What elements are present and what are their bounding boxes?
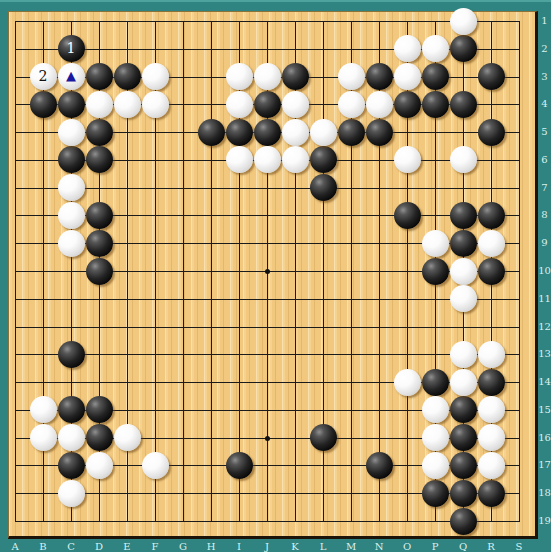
stone-black-Q2[interactable] <box>450 35 477 62</box>
stone-white-C7[interactable] <box>58 174 85 201</box>
stone-black-M5[interactable] <box>338 119 365 146</box>
grid-line-horizontal <box>15 188 520 189</box>
stone-black-R14[interactable] <box>478 369 505 396</box>
stone-black-P18[interactable] <box>422 480 449 507</box>
stone-black-L16[interactable] <box>310 424 337 451</box>
stone-black-R10[interactable] <box>478 258 505 285</box>
column-label-L: L <box>315 540 331 552</box>
row-label-9: 9 <box>538 236 551 250</box>
column-label-Q: Q <box>455 540 471 552</box>
column-label-D: D <box>91 540 107 552</box>
row-label-2: 2 <box>538 42 551 56</box>
stone-black-Q16[interactable] <box>450 424 477 451</box>
row-label-19: 19 <box>538 514 551 528</box>
grid-line-horizontal <box>15 21 520 22</box>
row-label-12: 12 <box>538 320 551 334</box>
stone-white-I6[interactable] <box>226 146 253 173</box>
row-label-14: 14 <box>538 375 551 389</box>
stone-white-Q1[interactable] <box>450 8 477 35</box>
row-label-15: 15 <box>538 403 551 417</box>
stone-black-D15[interactable] <box>86 396 113 423</box>
stone-white-R16[interactable] <box>478 424 505 451</box>
stone-white-P16[interactable] <box>422 424 449 451</box>
row-label-13: 13 <box>538 347 551 361</box>
column-label-G: G <box>175 540 191 552</box>
stone-white-M3[interactable] <box>338 63 365 90</box>
stone-white-K4[interactable] <box>282 91 309 118</box>
stone-black-C17[interactable] <box>58 452 85 479</box>
stone-black-N5[interactable] <box>366 119 393 146</box>
column-label-I: I <box>231 540 247 552</box>
stone-white-P17[interactable] <box>422 452 449 479</box>
stone-black-D9[interactable] <box>86 230 113 257</box>
stone-white-B15[interactable] <box>30 396 57 423</box>
stone-white-Q13[interactable] <box>450 341 477 368</box>
stone-white-K5[interactable] <box>282 119 309 146</box>
move-number-label: 1 <box>58 35 85 62</box>
column-label-R: R <box>483 540 499 552</box>
column-label-S: S <box>511 540 527 552</box>
row-label-7: 7 <box>538 181 551 195</box>
move-number-label: 2 <box>30 63 57 90</box>
stone-black-Q15[interactable] <box>450 396 477 423</box>
stone-white-C16[interactable] <box>58 424 85 451</box>
stone-black-P3[interactable] <box>422 63 449 90</box>
stone-white-F4[interactable] <box>142 91 169 118</box>
stone-black-R3[interactable] <box>478 63 505 90</box>
stone-white-Q10[interactable] <box>450 258 477 285</box>
stone-black-R8[interactable] <box>478 202 505 229</box>
stone-white-J6[interactable] <box>254 146 281 173</box>
stone-black-C4[interactable] <box>58 91 85 118</box>
stone-black-J4[interactable] <box>254 91 281 118</box>
stone-white-Q6[interactable] <box>450 146 477 173</box>
stone-black-L7[interactable] <box>310 174 337 201</box>
stone-black-I5[interactable] <box>226 119 253 146</box>
row-label-1: 1 <box>538 14 551 28</box>
stone-black-B4[interactable] <box>30 91 57 118</box>
row-label-8: 8 <box>538 208 551 222</box>
column-label-M: M <box>343 540 359 552</box>
stone-black-Q9[interactable] <box>450 230 477 257</box>
stone-black-R5[interactable] <box>478 119 505 146</box>
stone-white-I3[interactable] <box>226 63 253 90</box>
column-label-K: K <box>287 540 303 552</box>
stone-white-D17[interactable] <box>86 452 113 479</box>
stone-black-O4[interactable] <box>394 91 421 118</box>
stone-black-N17[interactable] <box>366 452 393 479</box>
stone-white-F17[interactable] <box>142 452 169 479</box>
stone-black-P14[interactable] <box>422 369 449 396</box>
row-label-6: 6 <box>538 153 551 167</box>
stone-white-Q14[interactable] <box>450 369 477 396</box>
row-label-17: 17 <box>538 458 551 472</box>
stone-black-O8[interactable] <box>394 202 421 229</box>
stone-black-E3[interactable] <box>114 63 141 90</box>
column-label-E: E <box>119 540 135 552</box>
grid-line-horizontal <box>15 521 520 522</box>
row-label-11: 11 <box>538 292 551 306</box>
stone-black-Q8[interactable] <box>450 202 477 229</box>
stone-white-I4[interactable] <box>226 91 253 118</box>
stone-black-Q4[interactable] <box>450 91 477 118</box>
stone-white-O2[interactable] <box>394 35 421 62</box>
column-label-B: B <box>35 540 51 552</box>
stone-white-R15[interactable] <box>478 396 505 423</box>
stone-black-I17[interactable] <box>226 452 253 479</box>
stone-black-C13[interactable] <box>58 341 85 368</box>
column-label-O: O <box>399 540 415 552</box>
stone-white-L5[interactable] <box>310 119 337 146</box>
stone-white-E16[interactable] <box>114 424 141 451</box>
triangle-marker: ▲ <box>58 62 85 90</box>
stone-black-Q19[interactable] <box>450 508 477 535</box>
stone-white-J3[interactable] <box>254 63 281 90</box>
stone-black-K3[interactable] <box>282 63 309 90</box>
stone-white-R13[interactable] <box>478 341 505 368</box>
stone-white-P15[interactable] <box>422 396 449 423</box>
stone-white-B16[interactable] <box>30 424 57 451</box>
grid-line-horizontal <box>15 354 520 355</box>
column-label-A: A <box>7 540 23 552</box>
stone-black-Q18[interactable] <box>450 480 477 507</box>
star-point <box>265 436 270 441</box>
grid-line-horizontal <box>15 327 520 328</box>
stone-white-Q11[interactable] <box>450 285 477 312</box>
column-label-C: C <box>63 540 79 552</box>
stone-black-L6[interactable] <box>310 146 337 173</box>
row-label-5: 5 <box>538 125 551 139</box>
stone-white-P2[interactable] <box>422 35 449 62</box>
stone-black-D5[interactable] <box>86 119 113 146</box>
row-label-18: 18 <box>538 486 551 500</box>
stone-black-P10[interactable] <box>422 258 449 285</box>
stone-black-R18[interactable] <box>478 480 505 507</box>
goban[interactable]: 12▲ <box>8 11 538 539</box>
row-label-10: 10 <box>538 264 551 278</box>
star-point <box>265 269 270 274</box>
stone-black-C6[interactable] <box>58 146 85 173</box>
stone-white-R17[interactable] <box>478 452 505 479</box>
stone-white-D4[interactable] <box>86 91 113 118</box>
row-label-4: 4 <box>538 97 551 111</box>
stone-white-R9[interactable] <box>478 230 505 257</box>
stone-black-J5[interactable] <box>254 119 281 146</box>
column-label-P: P <box>427 540 443 552</box>
stone-black-D10[interactable] <box>86 258 113 285</box>
go-board-viewer: 12▲ ABCDEFGHIJKLMNOPQRS12345678910111213… <box>0 0 551 552</box>
stone-white-P9[interactable] <box>422 230 449 257</box>
row-label-3: 3 <box>538 70 551 84</box>
stone-white-C5[interactable] <box>58 119 85 146</box>
stone-black-N3[interactable] <box>366 63 393 90</box>
stone-white-C9[interactable] <box>58 230 85 257</box>
stone-white-O3[interactable] <box>394 63 421 90</box>
stone-black-C2[interactable]: 1 <box>58 35 85 62</box>
stone-white-B3[interactable]: 2 <box>30 63 57 90</box>
stone-white-O6[interactable] <box>394 146 421 173</box>
stone-black-Q17[interactable] <box>450 452 477 479</box>
stone-white-K6[interactable] <box>282 146 309 173</box>
column-label-H: H <box>203 540 219 552</box>
stone-white-C3[interactable]: ▲ <box>58 63 85 90</box>
stone-black-H5[interactable] <box>198 119 225 146</box>
column-label-J: J <box>259 540 275 552</box>
stone-white-F3[interactable] <box>142 63 169 90</box>
row-label-16: 16 <box>538 431 551 445</box>
stone-black-C15[interactable] <box>58 396 85 423</box>
stone-white-C18[interactable] <box>58 480 85 507</box>
stone-white-E4[interactable] <box>114 91 141 118</box>
stone-black-D16[interactable] <box>86 424 113 451</box>
column-label-F: F <box>147 540 163 552</box>
stone-black-D3[interactable] <box>86 63 113 90</box>
stone-white-M4[interactable] <box>338 91 365 118</box>
stone-black-P4[interactable] <box>422 91 449 118</box>
grid-line-horizontal <box>15 299 520 300</box>
stone-white-O14[interactable] <box>394 369 421 396</box>
stone-black-D6[interactable] <box>86 146 113 173</box>
column-label-N: N <box>371 540 387 552</box>
stone-black-D8[interactable] <box>86 202 113 229</box>
stone-white-C8[interactable] <box>58 202 85 229</box>
stone-white-N4[interactable] <box>366 91 393 118</box>
